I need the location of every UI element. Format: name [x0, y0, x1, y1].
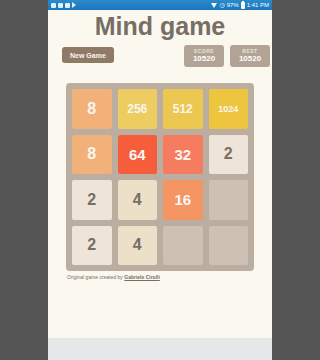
notification-icon	[51, 3, 56, 8]
best-box: BEST 10520	[230, 45, 270, 67]
alarm-icon: ◷	[219, 0, 224, 10]
status-time: 1:41 PM	[247, 0, 269, 10]
tile-8: 8	[72, 135, 112, 175]
empty-cell	[209, 180, 249, 220]
empty-cell	[163, 226, 203, 266]
page-title: Mind game	[48, 12, 272, 41]
status-bar: ◷ 97% 1:41 PM	[48, 0, 272, 10]
status-bar-right: ◷ 97% 1:41 PM	[211, 0, 269, 10]
tile-32: 32	[163, 135, 203, 175]
tile-16: 16	[163, 180, 203, 220]
play-icon	[72, 2, 76, 8]
app-screen: ◷ 97% 1:41 PM Mind game New Game SCORE 1…	[48, 0, 272, 360]
tile-2: 2	[72, 226, 112, 266]
tile-2: 2	[72, 180, 112, 220]
credit-prefix: Original game created by	[67, 274, 124, 280]
credit-link[interactable]: Gabriele Cirulli	[124, 274, 160, 280]
usb-icon	[58, 3, 63, 8]
tile-8: 8	[72, 89, 112, 129]
new-game-button[interactable]: New Game	[62, 47, 114, 63]
game-board[interactable]: 82565121024864322241624	[66, 83, 254, 271]
best-value: 10520	[230, 54, 270, 63]
empty-cell	[209, 226, 249, 266]
score-box: SCORE 10520	[184, 45, 224, 67]
tile-512: 512	[163, 89, 203, 129]
top-controls: New Game SCORE 10520 BEST 10520	[48, 45, 272, 69]
tile-4: 4	[118, 226, 158, 266]
tile-2: 2	[209, 135, 249, 175]
sd-card-icon	[65, 3, 70, 8]
score-boxes: SCORE 10520 BEST 10520	[184, 45, 270, 67]
tile-64: 64	[118, 135, 158, 175]
tile-256: 256	[118, 89, 158, 129]
status-bar-left	[51, 2, 76, 8]
battery-icon	[241, 2, 245, 9]
tile-1024: 1024	[209, 89, 249, 129]
ad-banner-area	[48, 338, 272, 360]
tile-4: 4	[118, 180, 158, 220]
score-value: 10520	[184, 54, 224, 63]
wifi-icon	[211, 3, 217, 8]
credit-text: Original game created by Gabriele Cirull…	[67, 274, 272, 281]
battery-percent: 97%	[227, 0, 239, 10]
